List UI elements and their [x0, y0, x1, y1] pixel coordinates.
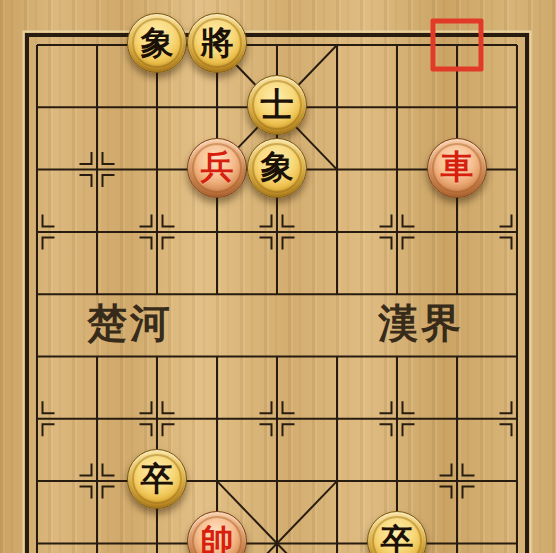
piece-character: 卒 — [141, 462, 174, 495]
river-label-right: 漢界 — [378, 296, 464, 351]
piece-character: 象 — [141, 26, 174, 59]
piece-character: 帥 — [201, 524, 234, 553]
black-elephant[interactable]: 象 — [127, 13, 187, 73]
red-soldier[interactable]: 兵 — [187, 138, 247, 198]
black-general[interactable]: 將 — [187, 13, 247, 73]
piece-character: 兵 — [201, 150, 234, 183]
piece-character: 卒 — [381, 524, 414, 553]
last-move-highlight — [431, 19, 484, 72]
xiangqi-board: 楚河 漢界 象將士兵象車卒帥卒 — [0, 0, 556, 553]
piece-character: 將 — [201, 26, 234, 59]
black-soldier[interactable]: 卒 — [127, 449, 187, 509]
piece-character: 象 — [261, 150, 294, 183]
red-chariot[interactable]: 車 — [427, 138, 487, 198]
piece-character: 車 — [441, 150, 474, 183]
piece-character: 士 — [261, 88, 294, 121]
black-advisor[interactable]: 士 — [247, 75, 307, 135]
river-label-left: 楚河 — [87, 296, 173, 351]
black-elephant[interactable]: 象 — [247, 138, 307, 198]
